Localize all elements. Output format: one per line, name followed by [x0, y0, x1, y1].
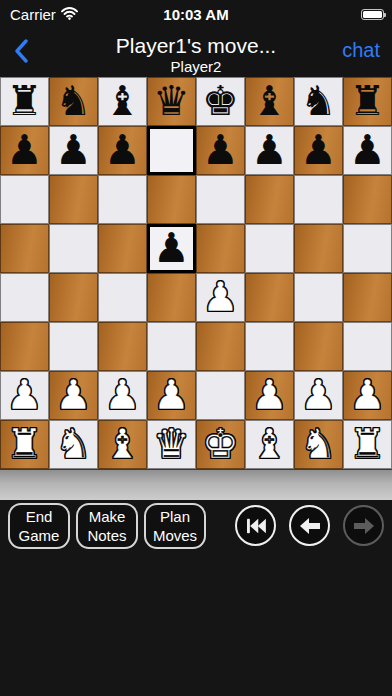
chat-button[interactable]: chat [342, 39, 380, 62]
square-a5[interactable] [0, 224, 49, 273]
black-pawn: ♟ [349, 126, 386, 175]
black-knight: ♞ [55, 77, 92, 126]
white-pawn: ♟ [55, 371, 92, 420]
square-g6[interactable] [294, 175, 343, 224]
square-b6[interactable] [49, 175, 98, 224]
square-e3[interactable] [196, 322, 245, 371]
square-b8[interactable]: ♞ [49, 77, 98, 126]
make-notes-button[interactable]: Make Notes [76, 503, 138, 549]
black-pawn: ♟ [300, 126, 337, 175]
white-pawn: ♟ [6, 371, 43, 420]
square-f4[interactable] [245, 273, 294, 322]
square-b3[interactable] [49, 322, 98, 371]
black-pawn: ♟ [251, 126, 288, 175]
white-knight: ♞ [300, 420, 337, 469]
square-g4[interactable] [294, 273, 343, 322]
square-a1[interactable]: ♜ [0, 420, 49, 469]
opponent-name: Player2 [116, 59, 276, 74]
skip-to-start-button[interactable] [235, 505, 276, 546]
square-d3[interactable] [147, 322, 196, 371]
white-rook: ♜ [349, 420, 386, 469]
square-d1[interactable]: ♛ [147, 420, 196, 469]
square-g3[interactable] [294, 322, 343, 371]
toolbar: End Game Make Notes Plan Moves [0, 500, 392, 696]
square-g7[interactable]: ♟ [294, 126, 343, 175]
square-a8[interactable]: ♜ [0, 77, 49, 126]
toolbar-button-group: End Game Make Notes Plan Moves [8, 503, 206, 549]
black-bishop: ♝ [251, 77, 288, 126]
black-rook: ♜ [6, 77, 43, 126]
white-bishop: ♝ [104, 420, 141, 469]
black-pawn: ♟ [153, 224, 190, 273]
square-c8[interactable]: ♝ [98, 77, 147, 126]
plan-moves-button[interactable]: Plan Moves [144, 503, 206, 549]
white-king: ♚ [202, 420, 239, 469]
board-bottom-strip [0, 469, 392, 500]
black-rook: ♜ [349, 77, 386, 126]
square-e5[interactable] [196, 224, 245, 273]
square-e7[interactable]: ♟ [196, 126, 245, 175]
square-b1[interactable]: ♞ [49, 420, 98, 469]
square-e4[interactable]: ♟ [196, 273, 245, 322]
square-f2[interactable]: ♟ [245, 371, 294, 420]
white-pawn: ♟ [153, 371, 190, 420]
square-e1[interactable]: ♚ [196, 420, 245, 469]
chess-board[interactable]: ♜♞♝♛♚♝♞♜♟♟♟♟♟♟♟♟♟♟♟♟♟♟♟♟♜♞♝♛♚♝♞♜ [0, 77, 392, 469]
square-c5[interactable] [98, 224, 147, 273]
square-c3[interactable] [98, 322, 147, 371]
square-d2[interactable]: ♟ [147, 371, 196, 420]
black-pawn: ♟ [6, 126, 43, 175]
white-pawn: ♟ [300, 371, 337, 420]
square-h4[interactable] [343, 273, 392, 322]
page-title: Player1's move... [116, 35, 276, 56]
square-a6[interactable] [0, 175, 49, 224]
square-f6[interactable] [245, 175, 294, 224]
black-pawn: ♟ [202, 126, 239, 175]
square-a3[interactable] [0, 322, 49, 371]
square-d4[interactable] [147, 273, 196, 322]
white-pawn: ♟ [251, 371, 288, 420]
square-h2[interactable]: ♟ [343, 371, 392, 420]
square-f5[interactable] [245, 224, 294, 273]
white-pawn: ♟ [202, 273, 239, 322]
square-g8[interactable]: ♞ [294, 77, 343, 126]
black-king: ♚ [202, 77, 239, 126]
square-d6[interactable] [147, 175, 196, 224]
square-d7[interactable] [147, 126, 196, 175]
white-bishop: ♝ [251, 420, 288, 469]
square-f8[interactable]: ♝ [245, 77, 294, 126]
black-knight: ♞ [300, 77, 337, 126]
square-h8[interactable]: ♜ [343, 77, 392, 126]
white-knight: ♞ [55, 420, 92, 469]
square-b2[interactable]: ♟ [49, 371, 98, 420]
square-h7[interactable]: ♟ [343, 126, 392, 175]
square-c6[interactable] [98, 175, 147, 224]
square-e6[interactable] [196, 175, 245, 224]
end-game-button[interactable]: End Game [8, 503, 70, 549]
nav-bar: Player1's move... Player2 chat [0, 28, 392, 77]
square-b7[interactable]: ♟ [49, 126, 98, 175]
status-bar: Carrier 10:03 AM [0, 0, 392, 28]
square-c1[interactable]: ♝ [98, 420, 147, 469]
white-queen: ♛ [153, 420, 190, 469]
square-f1[interactable]: ♝ [245, 420, 294, 469]
chevron-left-icon [14, 39, 28, 67]
arrow-left-icon [300, 518, 320, 534]
skip-to-start-icon [245, 517, 267, 535]
square-h1[interactable]: ♜ [343, 420, 392, 469]
square-e8[interactable]: ♚ [196, 77, 245, 126]
square-a2[interactable]: ♟ [0, 371, 49, 420]
black-queen: ♛ [153, 77, 190, 126]
square-d5[interactable]: ♟ [147, 224, 196, 273]
square-c7[interactable]: ♟ [98, 126, 147, 175]
square-g1[interactable]: ♞ [294, 420, 343, 469]
white-pawn: ♟ [349, 371, 386, 420]
square-h3[interactable] [343, 322, 392, 371]
arrow-right-icon [354, 518, 374, 534]
black-bishop: ♝ [104, 77, 141, 126]
app-window: Carrier 10:03 AM Player1 [0, 0, 392, 696]
step-forward-button[interactable] [343, 505, 384, 546]
square-e2[interactable] [196, 371, 245, 420]
square-d8[interactable]: ♛ [147, 77, 196, 126]
square-f7[interactable]: ♟ [245, 126, 294, 175]
history-controls [235, 503, 386, 546]
battery-icon [361, 9, 384, 20]
square-a7[interactable]: ♟ [0, 126, 49, 175]
white-rook: ♜ [6, 420, 43, 469]
step-back-button[interactable] [289, 505, 330, 546]
square-f3[interactable] [245, 322, 294, 371]
square-c2[interactable]: ♟ [98, 371, 147, 420]
black-pawn: ♟ [55, 126, 92, 175]
square-a4[interactable] [0, 273, 49, 322]
square-c4[interactable] [98, 273, 147, 322]
white-pawn: ♟ [104, 371, 141, 420]
square-h5[interactable] [343, 224, 392, 273]
square-g5[interactable] [294, 224, 343, 273]
square-b5[interactable] [49, 224, 98, 273]
square-b4[interactable] [49, 273, 98, 322]
back-button[interactable] [6, 36, 36, 70]
square-g2[interactable]: ♟ [294, 371, 343, 420]
square-h6[interactable] [343, 175, 392, 224]
clock: 10:03 AM [0, 6, 392, 23]
black-pawn: ♟ [104, 126, 141, 175]
